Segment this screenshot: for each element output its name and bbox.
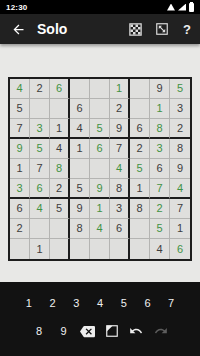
cell-r1c7[interactable] [130,79,150,99]
cell-r1c1[interactable]: 4 [10,79,30,99]
resize-board-button[interactable] [153,20,171,38]
cell-r1c4[interactable] [70,79,90,99]
cell-r8c5[interactable]: 4 [90,219,110,239]
battery-icon [189,3,194,12]
cell-r9c1[interactable] [10,239,30,259]
cell-r5c5[interactable] [90,159,110,179]
cell-r2c9[interactable]: 3 [170,99,190,119]
app-bar: Solo [0,14,200,44]
cell-r5c8[interactable]: 6 [150,159,170,179]
cell-r3c4[interactable]: 4 [70,119,90,139]
cell-r9c4[interactable] [70,239,90,259]
cell-r9c6[interactable] [110,239,130,259]
phone-screen: 12:30 Solo [0,0,200,356]
cell-r2c6[interactable]: 2 [110,99,130,119]
cell-r7c7[interactable]: 8 [130,199,150,219]
checkerboard-icon [128,22,143,37]
cell-r5c1[interactable]: 1 [10,159,30,179]
cell-r6c4[interactable]: 5 [70,179,90,199]
backspace-icon [80,324,95,339]
cell-r1c9[interactable]: 5 [170,79,190,99]
cell-r5c9[interactable]: 9 [170,159,190,179]
keypad-2-button[interactable]: 2 [41,297,65,309]
cell-r7c6[interactable]: 3 [110,199,130,219]
cell-r5c3[interactable]: 8 [50,159,70,179]
keypad-1-button[interactable]: 1 [17,297,41,309]
cell-r2c4[interactable]: 6 [70,99,90,119]
cell-r8c1[interactable]: 2 [10,219,30,239]
cell-r6c6[interactable]: 8 [110,179,130,199]
arrow-left-icon [11,22,26,37]
board-style-button[interactable] [126,20,144,38]
cell-r4c6[interactable]: 7 [110,139,130,159]
cell-r9c7[interactable] [130,239,150,259]
keypad-6-button[interactable]: 6 [136,297,160,309]
wifi-icon [167,4,175,11]
cell-r4c1[interactable]: 9 [10,139,30,159]
cell-r8c9[interactable]: 1 [170,219,190,239]
cell-r5c2[interactable]: 7 [30,159,50,179]
cell-r5c6[interactable]: 4 [110,159,130,179]
notes-toggle-button[interactable] [100,324,124,338]
cell-r2c8[interactable]: 1 [150,99,170,119]
cell-r1c8[interactable]: 9 [150,79,170,99]
cell-r3c5[interactable]: 5 [90,119,110,139]
cell-r1c6[interactable]: 1 [110,79,130,99]
keypad-4-button[interactable]: 4 [88,297,112,309]
cell-r7c4[interactable]: 9 [70,199,90,219]
diagonal-resize-icon [155,22,169,36]
cell-r4c7[interactable]: 2 [130,139,150,159]
cell-r3c7[interactable]: 6 [130,119,150,139]
folded-corner-square-icon [105,324,119,338]
cell-r1c2[interactable]: 2 [30,79,50,99]
number-keypad: 1234567 8 9 [0,282,200,356]
cell-r5c7[interactable]: 5 [130,159,150,179]
cell-r4c9[interactable]: 8 [170,139,190,159]
cell-r3c8[interactable]: 8 [150,119,170,139]
cell-r7c9[interactable]: 7 [170,199,190,219]
cell-r2c5[interactable] [90,99,110,119]
status-icons [167,3,194,12]
cell-r3c1[interactable]: 7 [10,119,30,139]
cell-r4c2[interactable]: 5 [30,139,50,159]
cell-r1c5[interactable] [90,79,110,99]
content-area: 4261955621373145968295416723817845693625… [0,44,200,282]
cell-r2c1[interactable]: 5 [10,99,30,119]
keypad-9-button[interactable]: 9 [51,325,75,337]
cell-r6c1[interactable]: 3 [10,179,30,199]
cell-r7c5[interactable]: 1 [90,199,110,219]
cell-r6c9[interactable]: 4 [170,179,190,199]
cell-r1c3[interactable]: 6 [50,79,70,99]
cell-r8c6[interactable]: 6 [110,219,130,239]
cell-r9c5[interactable] [90,239,110,259]
cell-r3c6[interactable]: 9 [110,119,130,139]
redo-button[interactable] [149,324,173,338]
cell-r9c2[interactable]: 1 [30,239,50,259]
cell-r8c4[interactable]: 8 [70,219,90,239]
cell-r3c3[interactable]: 1 [50,119,70,139]
cell-r2c7[interactable] [130,99,150,119]
cell-r6c7[interactable]: 1 [130,179,150,199]
cell-r7c3[interactable]: 5 [50,199,70,219]
status-time: 12:30 [6,3,27,12]
cell-r6c3[interactable]: 2 [50,179,70,199]
cell-r6c2[interactable]: 6 [30,179,50,199]
cell-r7c1[interactable]: 6 [10,199,30,219]
backspace-button[interactable] [76,324,100,339]
cell-r8c7[interactable] [130,219,150,239]
cell-r5c4[interactable] [70,159,90,179]
cell-r7c2[interactable]: 4 [30,199,50,219]
keypad-row-1: 1234567 [0,289,200,317]
cell-r9c8[interactable]: 4 [150,239,170,259]
keypad-3-button[interactable]: 3 [64,297,88,309]
cell-r4c5[interactable]: 6 [90,139,110,159]
cell-r4c8[interactable]: 3 [150,139,170,159]
cell-r9c3[interactable] [50,239,70,259]
app-bar-actions: ? [126,20,194,38]
status-bar: 12:30 [0,0,200,14]
cell-r2c2[interactable] [30,99,50,119]
cell-r6c5[interactable]: 9 [90,179,110,199]
back-button[interactable] [8,19,28,39]
cell-r7c8[interactable]: 2 [150,199,170,219]
keypad-5-button[interactable]: 5 [112,297,136,309]
page-title: Solo [37,21,126,37]
cell-signal-icon [178,4,186,11]
undo-icon [129,324,143,338]
keypad-7-button[interactable]: 7 [159,297,183,309]
cell-r2c3[interactable] [50,99,70,119]
cell-r8c2[interactable] [30,219,50,239]
cell-r3c2[interactable]: 3 [30,119,50,139]
sudoku-board: 4261955621373145968295416723817845693625… [8,77,192,261]
help-button[interactable]: ? [180,20,194,38]
cell-r6c8[interactable]: 7 [150,179,170,199]
keypad-8-button[interactable]: 8 [27,325,51,337]
redo-icon [154,324,168,338]
cell-r4c3[interactable]: 4 [50,139,70,159]
cell-r9c9[interactable]: 6 [170,239,190,259]
cell-r4c4[interactable]: 1 [70,139,90,159]
keypad-row-2: 8 9 [0,317,200,345]
cell-r8c8[interactable]: 5 [150,219,170,239]
cell-r8c3[interactable] [50,219,70,239]
undo-button[interactable] [124,324,148,338]
cell-r3c9[interactable]: 2 [170,119,190,139]
